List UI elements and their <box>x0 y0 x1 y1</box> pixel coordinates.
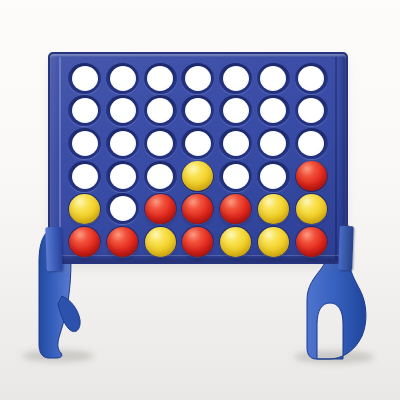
occupied-socket <box>181 161 214 192</box>
occupied-socket <box>181 193 214 224</box>
hole-opening <box>223 66 249 91</box>
hole-opening <box>260 98 286 123</box>
cell-r2-c3 <box>141 95 179 128</box>
empty-socket <box>144 161 177 192</box>
empty-socket <box>68 63 101 94</box>
cell-r1-c6 <box>255 62 293 95</box>
empty-socket <box>106 63 139 94</box>
occupied-socket <box>219 226 252 257</box>
red-ball <box>107 227 138 257</box>
red-ball <box>145 194 176 224</box>
hole-opening <box>147 98 173 123</box>
red-ball <box>69 227 100 257</box>
yellow-ball <box>69 194 100 224</box>
yellow-ball <box>296 194 327 224</box>
cell-r4-c4 <box>179 160 217 193</box>
empty-socket <box>68 95 101 126</box>
empty-socket <box>106 95 139 126</box>
hole-opening <box>185 98 211 123</box>
cell-r3-c1 <box>66 127 104 160</box>
empty-socket <box>295 128 328 159</box>
empty-socket <box>257 128 290 159</box>
hole-opening <box>110 66 136 91</box>
occupied-socket <box>295 161 328 192</box>
hole-opening <box>110 196 136 221</box>
empty-socket <box>219 128 252 159</box>
hole-opening <box>147 66 173 91</box>
cell-r2-c6 <box>255 95 293 128</box>
cell-r5-c3 <box>141 193 179 226</box>
red-ball <box>296 161 327 191</box>
cell-r5-c4 <box>179 193 217 226</box>
cell-r2-c1 <box>66 95 104 128</box>
yellow-ball <box>145 227 176 257</box>
left-leg-post <box>45 227 63 272</box>
hole-opening <box>298 131 324 156</box>
cell-r3-c7 <box>292 127 330 160</box>
cell-r3-c2 <box>104 127 142 160</box>
cell-r5-c1 <box>66 193 104 226</box>
hole-opening <box>260 66 286 91</box>
hole-opening <box>185 66 211 91</box>
cell-r4-c6 <box>255 160 293 193</box>
empty-socket <box>68 128 101 159</box>
empty-socket <box>144 128 177 159</box>
hole-opening <box>72 66 98 91</box>
hole-opening <box>223 98 249 123</box>
cell-r6-c7 <box>292 225 330 258</box>
empty-socket <box>219 95 252 126</box>
cell-r3-c5 <box>217 127 255 160</box>
cell-r3-c6 <box>255 127 293 160</box>
occupied-socket <box>257 193 290 224</box>
cell-r1-c3 <box>141 62 179 95</box>
cell-r3-c3 <box>141 127 179 160</box>
connect-four-board <box>48 52 348 264</box>
occupied-socket <box>144 226 177 257</box>
cell-r1-c5 <box>217 62 255 95</box>
empty-socket <box>106 161 139 192</box>
occupied-socket <box>144 193 177 224</box>
cell-r2-c7 <box>292 95 330 128</box>
cell-r4-c3 <box>141 160 179 193</box>
red-ball <box>182 194 213 224</box>
occupied-socket <box>295 226 328 257</box>
empty-socket <box>144 63 177 94</box>
occupied-socket <box>181 226 214 257</box>
occupied-socket <box>68 226 101 257</box>
cell-r6-c3 <box>141 225 179 258</box>
hole-opening <box>110 131 136 156</box>
cell-r6-c2 <box>104 225 142 258</box>
cell-r5-c6 <box>255 193 293 226</box>
cell-r2-c4 <box>179 95 217 128</box>
cell-r2-c2 <box>104 95 142 128</box>
red-ball <box>220 194 251 224</box>
hole-opening <box>260 131 286 156</box>
occupied-socket <box>257 226 290 257</box>
cell-r1-c2 <box>104 62 142 95</box>
hole-opening <box>72 98 98 123</box>
board-right-rail-seam <box>335 57 337 259</box>
hole-opening <box>185 131 211 156</box>
hole-opening <box>110 164 136 189</box>
empty-socket <box>181 95 214 126</box>
hole-opening <box>260 164 286 189</box>
empty-socket <box>106 128 139 159</box>
cell-r3-c4 <box>179 127 217 160</box>
hole-grid <box>66 62 330 258</box>
cell-r6-c6 <box>255 225 293 258</box>
empty-socket <box>106 193 139 224</box>
occupied-socket <box>106 226 139 257</box>
hole-opening <box>110 98 136 123</box>
yellow-ball <box>182 161 213 191</box>
empty-socket <box>219 161 252 192</box>
cell-r2-c5 <box>217 95 255 128</box>
empty-socket <box>219 63 252 94</box>
empty-socket <box>257 63 290 94</box>
occupied-socket <box>219 193 252 224</box>
empty-socket <box>257 161 290 192</box>
occupied-socket <box>68 193 101 224</box>
hole-opening <box>147 164 173 189</box>
occupied-socket <box>295 193 328 224</box>
right-leg-post <box>338 226 354 270</box>
hole-opening <box>223 131 249 156</box>
empty-socket <box>68 161 101 192</box>
empty-socket <box>257 95 290 126</box>
red-ball <box>182 227 213 257</box>
cell-r4-c2 <box>104 160 142 193</box>
yellow-ball <box>258 227 289 257</box>
cell-r5-c5 <box>217 193 255 226</box>
yellow-ball <box>258 194 289 224</box>
cell-r1-c1 <box>66 62 104 95</box>
right-foot-shadow <box>294 351 374 364</box>
cell-r6-c5 <box>217 225 255 258</box>
cell-r1-c4 <box>179 62 217 95</box>
hole-opening <box>298 98 324 123</box>
product-photo-scene <box>0 0 400 400</box>
cell-r5-c7 <box>292 193 330 226</box>
hole-opening <box>72 131 98 156</box>
red-ball <box>296 227 327 257</box>
cell-r1-c7 <box>292 62 330 95</box>
empty-socket <box>181 63 214 94</box>
hole-opening <box>298 66 324 91</box>
cell-r4-c1 <box>66 160 104 193</box>
yellow-ball <box>220 227 251 257</box>
cell-r6-c4 <box>179 225 217 258</box>
empty-socket <box>295 95 328 126</box>
hole-opening <box>223 164 249 189</box>
cell-r5-c2 <box>104 193 142 226</box>
empty-socket <box>295 63 328 94</box>
cell-r6-c1 <box>66 225 104 258</box>
hole-opening <box>72 164 98 189</box>
hole-opening <box>147 131 173 156</box>
cell-r4-c7 <box>292 160 330 193</box>
empty-socket <box>181 128 214 159</box>
cell-r4-c5 <box>217 160 255 193</box>
empty-socket <box>144 95 177 126</box>
